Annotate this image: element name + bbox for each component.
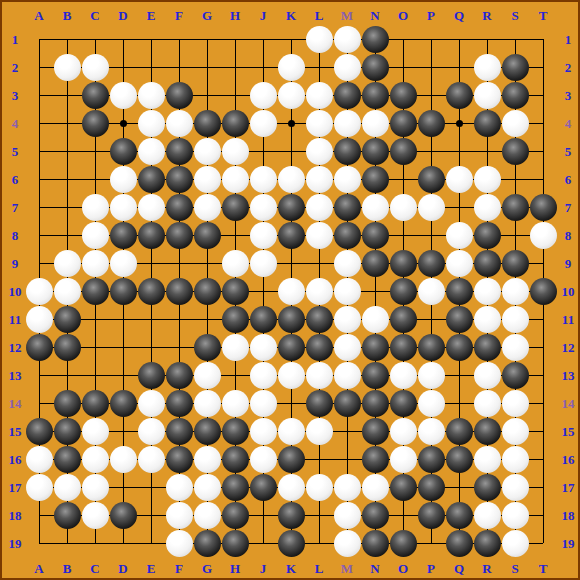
intersection-F1[interactable] <box>165 25 193 53</box>
intersection-R19[interactable] <box>473 529 501 557</box>
intersection-F18[interactable] <box>165 501 193 529</box>
intersection-D12[interactable] <box>109 333 137 361</box>
intersection-O7[interactable] <box>389 193 417 221</box>
intersection-D15[interactable] <box>109 417 137 445</box>
intersection-K1[interactable] <box>277 25 305 53</box>
intersection-D2[interactable] <box>109 53 137 81</box>
intersection-R15[interactable] <box>473 417 501 445</box>
intersection-G7[interactable] <box>193 193 221 221</box>
intersection-M13[interactable] <box>333 361 361 389</box>
intersection-D1[interactable] <box>109 25 137 53</box>
intersection-Q3[interactable] <box>445 81 473 109</box>
intersection-G12[interactable] <box>193 333 221 361</box>
intersection-P18[interactable] <box>417 501 445 529</box>
intersection-E12[interactable] <box>137 333 165 361</box>
intersection-E15[interactable] <box>137 417 165 445</box>
intersection-D18[interactable] <box>109 501 137 529</box>
intersection-M19[interactable] <box>333 529 361 557</box>
intersection-A18[interactable] <box>25 501 53 529</box>
intersection-K17[interactable] <box>277 473 305 501</box>
intersection-R17[interactable] <box>473 473 501 501</box>
intersection-E14[interactable] <box>137 389 165 417</box>
intersection-G9[interactable] <box>193 249 221 277</box>
intersection-R10[interactable] <box>473 277 501 305</box>
intersection-F15[interactable] <box>165 417 193 445</box>
intersection-L5[interactable] <box>305 137 333 165</box>
intersection-O15[interactable] <box>389 417 417 445</box>
intersection-B19[interactable] <box>53 529 81 557</box>
intersection-S8[interactable] <box>501 221 529 249</box>
intersection-T4[interactable] <box>529 109 557 137</box>
intersection-L13[interactable] <box>305 361 333 389</box>
intersection-N9[interactable] <box>361 249 389 277</box>
intersection-A17[interactable] <box>25 473 53 501</box>
intersection-N2[interactable] <box>361 53 389 81</box>
intersection-K4[interactable] <box>277 109 305 137</box>
intersection-G2[interactable] <box>193 53 221 81</box>
intersection-H4[interactable] <box>221 109 249 137</box>
intersection-G8[interactable] <box>193 221 221 249</box>
intersection-J11[interactable] <box>249 305 277 333</box>
intersection-S2[interactable] <box>501 53 529 81</box>
intersection-Q18[interactable] <box>445 501 473 529</box>
intersection-M3[interactable] <box>333 81 361 109</box>
intersection-C5[interactable] <box>81 137 109 165</box>
intersection-M14[interactable] <box>333 389 361 417</box>
intersection-Q16[interactable] <box>445 445 473 473</box>
intersection-Q4[interactable] <box>445 109 473 137</box>
intersection-P16[interactable] <box>417 445 445 473</box>
intersection-R14[interactable] <box>473 389 501 417</box>
intersection-A19[interactable] <box>25 529 53 557</box>
intersection-H8[interactable] <box>221 221 249 249</box>
intersection-F9[interactable] <box>165 249 193 277</box>
intersection-C7[interactable] <box>81 193 109 221</box>
intersection-M1[interactable] <box>333 25 361 53</box>
intersection-O9[interactable] <box>389 249 417 277</box>
intersection-T13[interactable] <box>529 361 557 389</box>
intersection-B12[interactable] <box>53 333 81 361</box>
intersection-G17[interactable] <box>193 473 221 501</box>
intersection-K5[interactable] <box>277 137 305 165</box>
intersection-L4[interactable] <box>305 109 333 137</box>
intersection-E13[interactable] <box>137 361 165 389</box>
intersection-A8[interactable] <box>25 221 53 249</box>
intersection-P15[interactable] <box>417 417 445 445</box>
intersection-M4[interactable] <box>333 109 361 137</box>
intersection-B8[interactable] <box>53 221 81 249</box>
intersection-T5[interactable] <box>529 137 557 165</box>
intersection-D10[interactable] <box>109 277 137 305</box>
intersection-R13[interactable] <box>473 361 501 389</box>
intersection-J10[interactable] <box>249 277 277 305</box>
intersection-Q12[interactable] <box>445 333 473 361</box>
intersection-N16[interactable] <box>361 445 389 473</box>
intersection-G1[interactable] <box>193 25 221 53</box>
intersection-S1[interactable] <box>501 25 529 53</box>
intersection-E19[interactable] <box>137 529 165 557</box>
intersection-C6[interactable] <box>81 165 109 193</box>
intersection-P8[interactable] <box>417 221 445 249</box>
intersection-G6[interactable] <box>193 165 221 193</box>
intersection-A4[interactable] <box>25 109 53 137</box>
intersection-A10[interactable] <box>25 277 53 305</box>
intersection-B6[interactable] <box>53 165 81 193</box>
intersection-S9[interactable] <box>501 249 529 277</box>
intersection-O17[interactable] <box>389 473 417 501</box>
intersection-F5[interactable] <box>165 137 193 165</box>
intersection-N1[interactable] <box>361 25 389 53</box>
intersection-D14[interactable] <box>109 389 137 417</box>
intersection-G16[interactable] <box>193 445 221 473</box>
intersection-R3[interactable] <box>473 81 501 109</box>
intersection-F8[interactable] <box>165 221 193 249</box>
intersection-E5[interactable] <box>137 137 165 165</box>
intersection-L17[interactable] <box>305 473 333 501</box>
intersection-P12[interactable] <box>417 333 445 361</box>
intersection-E17[interactable] <box>137 473 165 501</box>
intersection-J16[interactable] <box>249 445 277 473</box>
intersection-P2[interactable] <box>417 53 445 81</box>
intersection-N5[interactable] <box>361 137 389 165</box>
intersection-G15[interactable] <box>193 417 221 445</box>
intersection-T19[interactable] <box>529 529 557 557</box>
intersection-N3[interactable] <box>361 81 389 109</box>
intersection-L12[interactable] <box>305 333 333 361</box>
intersection-A2[interactable] <box>25 53 53 81</box>
intersection-O5[interactable] <box>389 137 417 165</box>
intersection-H15[interactable] <box>221 417 249 445</box>
intersection-E1[interactable] <box>137 25 165 53</box>
intersection-A5[interactable] <box>25 137 53 165</box>
intersection-S19[interactable] <box>501 529 529 557</box>
intersection-D16[interactable] <box>109 445 137 473</box>
intersection-H10[interactable] <box>221 277 249 305</box>
intersection-Q10[interactable] <box>445 277 473 305</box>
intersection-F2[interactable] <box>165 53 193 81</box>
intersection-Q7[interactable] <box>445 193 473 221</box>
intersection-M12[interactable] <box>333 333 361 361</box>
intersection-M2[interactable] <box>333 53 361 81</box>
intersection-N19[interactable] <box>361 529 389 557</box>
intersection-N4[interactable] <box>361 109 389 137</box>
intersection-L18[interactable] <box>305 501 333 529</box>
intersection-B11[interactable] <box>53 305 81 333</box>
intersection-K8[interactable] <box>277 221 305 249</box>
intersection-A6[interactable] <box>25 165 53 193</box>
intersection-B18[interactable] <box>53 501 81 529</box>
intersection-J19[interactable] <box>249 529 277 557</box>
intersection-D4[interactable] <box>109 109 137 137</box>
intersection-T2[interactable] <box>529 53 557 81</box>
intersection-C12[interactable] <box>81 333 109 361</box>
intersection-R4[interactable] <box>473 109 501 137</box>
intersection-F7[interactable] <box>165 193 193 221</box>
intersection-T7[interactable] <box>529 193 557 221</box>
intersection-C4[interactable] <box>81 109 109 137</box>
intersection-K2[interactable] <box>277 53 305 81</box>
intersection-R8[interactable] <box>473 221 501 249</box>
intersection-R2[interactable] <box>473 53 501 81</box>
intersection-O6[interactable] <box>389 165 417 193</box>
intersection-T11[interactable] <box>529 305 557 333</box>
intersection-K6[interactable] <box>277 165 305 193</box>
intersection-L1[interactable] <box>305 25 333 53</box>
intersection-D11[interactable] <box>109 305 137 333</box>
intersection-D3[interactable] <box>109 81 137 109</box>
intersection-B1[interactable] <box>53 25 81 53</box>
intersection-E7[interactable] <box>137 193 165 221</box>
intersection-D7[interactable] <box>109 193 137 221</box>
intersection-T1[interactable] <box>529 25 557 53</box>
intersection-P13[interactable] <box>417 361 445 389</box>
intersection-B2[interactable] <box>53 53 81 81</box>
intersection-J9[interactable] <box>249 249 277 277</box>
intersection-T16[interactable] <box>529 445 557 473</box>
intersection-F6[interactable] <box>165 165 193 193</box>
intersection-S12[interactable] <box>501 333 529 361</box>
intersection-Q13[interactable] <box>445 361 473 389</box>
intersection-D5[interactable] <box>109 137 137 165</box>
intersection-H3[interactable] <box>221 81 249 109</box>
intersection-M8[interactable] <box>333 221 361 249</box>
intersection-S7[interactable] <box>501 193 529 221</box>
intersection-E11[interactable] <box>137 305 165 333</box>
intersection-P14[interactable] <box>417 389 445 417</box>
intersection-B13[interactable] <box>53 361 81 389</box>
intersection-J2[interactable] <box>249 53 277 81</box>
intersection-J6[interactable] <box>249 165 277 193</box>
intersection-S17[interactable] <box>501 473 529 501</box>
intersection-K9[interactable] <box>277 249 305 277</box>
intersection-E10[interactable] <box>137 277 165 305</box>
intersection-J15[interactable] <box>249 417 277 445</box>
intersection-R12[interactable] <box>473 333 501 361</box>
intersection-L8[interactable] <box>305 221 333 249</box>
intersection-Q9[interactable] <box>445 249 473 277</box>
intersection-K12[interactable] <box>277 333 305 361</box>
intersection-Q15[interactable] <box>445 417 473 445</box>
intersection-F16[interactable] <box>165 445 193 473</box>
intersection-C19[interactable] <box>81 529 109 557</box>
intersection-C8[interactable] <box>81 221 109 249</box>
intersection-M5[interactable] <box>333 137 361 165</box>
intersection-E2[interactable] <box>137 53 165 81</box>
intersection-S18[interactable] <box>501 501 529 529</box>
intersection-Q17[interactable] <box>445 473 473 501</box>
intersection-C2[interactable] <box>81 53 109 81</box>
intersection-S5[interactable] <box>501 137 529 165</box>
intersection-B7[interactable] <box>53 193 81 221</box>
intersection-H18[interactable] <box>221 501 249 529</box>
intersection-A16[interactable] <box>25 445 53 473</box>
intersection-T3[interactable] <box>529 81 557 109</box>
intersection-J3[interactable] <box>249 81 277 109</box>
intersection-M16[interactable] <box>333 445 361 473</box>
intersection-Q1[interactable] <box>445 25 473 53</box>
intersection-O10[interactable] <box>389 277 417 305</box>
intersection-N8[interactable] <box>361 221 389 249</box>
intersection-K3[interactable] <box>277 81 305 109</box>
intersection-B17[interactable] <box>53 473 81 501</box>
intersection-H17[interactable] <box>221 473 249 501</box>
intersection-H16[interactable] <box>221 445 249 473</box>
intersection-N12[interactable] <box>361 333 389 361</box>
intersection-L3[interactable] <box>305 81 333 109</box>
intersection-P19[interactable] <box>417 529 445 557</box>
intersection-Q19[interactable] <box>445 529 473 557</box>
intersection-S15[interactable] <box>501 417 529 445</box>
intersection-L9[interactable] <box>305 249 333 277</box>
intersection-H14[interactable] <box>221 389 249 417</box>
intersection-B14[interactable] <box>53 389 81 417</box>
intersection-L7[interactable] <box>305 193 333 221</box>
intersection-F10[interactable] <box>165 277 193 305</box>
intersection-M15[interactable] <box>333 417 361 445</box>
intersection-A13[interactable] <box>25 361 53 389</box>
intersection-P10[interactable] <box>417 277 445 305</box>
intersection-N15[interactable] <box>361 417 389 445</box>
intersection-L11[interactable] <box>305 305 333 333</box>
intersection-J14[interactable] <box>249 389 277 417</box>
intersection-D13[interactable] <box>109 361 137 389</box>
intersection-J13[interactable] <box>249 361 277 389</box>
intersection-J7[interactable] <box>249 193 277 221</box>
intersection-B9[interactable] <box>53 249 81 277</box>
intersection-N17[interactable] <box>361 473 389 501</box>
intersection-A7[interactable] <box>25 193 53 221</box>
intersection-F4[interactable] <box>165 109 193 137</box>
intersection-E16[interactable] <box>137 445 165 473</box>
intersection-A15[interactable] <box>25 417 53 445</box>
intersection-N18[interactable] <box>361 501 389 529</box>
intersection-Q11[interactable] <box>445 305 473 333</box>
intersection-R5[interactable] <box>473 137 501 165</box>
intersection-D6[interactable] <box>109 165 137 193</box>
intersection-G14[interactable] <box>193 389 221 417</box>
intersection-K19[interactable] <box>277 529 305 557</box>
intersection-K7[interactable] <box>277 193 305 221</box>
intersection-N13[interactable] <box>361 361 389 389</box>
intersection-G5[interactable] <box>193 137 221 165</box>
intersection-M11[interactable] <box>333 305 361 333</box>
intersection-K16[interactable] <box>277 445 305 473</box>
intersection-H12[interactable] <box>221 333 249 361</box>
intersection-D19[interactable] <box>109 529 137 557</box>
intersection-P11[interactable] <box>417 305 445 333</box>
intersection-T18[interactable] <box>529 501 557 529</box>
intersection-C18[interactable] <box>81 501 109 529</box>
intersection-H5[interactable] <box>221 137 249 165</box>
intersection-O18[interactable] <box>389 501 417 529</box>
intersection-M7[interactable] <box>333 193 361 221</box>
intersection-C15[interactable] <box>81 417 109 445</box>
intersection-N11[interactable] <box>361 305 389 333</box>
intersection-S16[interactable] <box>501 445 529 473</box>
intersection-G13[interactable] <box>193 361 221 389</box>
intersection-A12[interactable] <box>25 333 53 361</box>
intersection-J8[interactable] <box>249 221 277 249</box>
intersection-K18[interactable] <box>277 501 305 529</box>
intersection-S11[interactable] <box>501 305 529 333</box>
intersection-T8[interactable] <box>529 221 557 249</box>
intersection-A1[interactable] <box>25 25 53 53</box>
intersection-E4[interactable] <box>137 109 165 137</box>
intersection-L6[interactable] <box>305 165 333 193</box>
intersection-M6[interactable] <box>333 165 361 193</box>
intersection-G18[interactable] <box>193 501 221 529</box>
intersection-R6[interactable] <box>473 165 501 193</box>
intersection-L16[interactable] <box>305 445 333 473</box>
intersection-A9[interactable] <box>25 249 53 277</box>
intersection-G11[interactable] <box>193 305 221 333</box>
intersection-A3[interactable] <box>25 81 53 109</box>
intersection-K11[interactable] <box>277 305 305 333</box>
intersection-S3[interactable] <box>501 81 529 109</box>
intersection-G3[interactable] <box>193 81 221 109</box>
intersection-Q6[interactable] <box>445 165 473 193</box>
intersection-P3[interactable] <box>417 81 445 109</box>
intersection-M17[interactable] <box>333 473 361 501</box>
intersection-F3[interactable] <box>165 81 193 109</box>
intersection-H11[interactable] <box>221 305 249 333</box>
intersection-H13[interactable] <box>221 361 249 389</box>
intersection-A11[interactable] <box>25 305 53 333</box>
intersection-R1[interactable] <box>473 25 501 53</box>
intersection-P7[interactable] <box>417 193 445 221</box>
intersection-O2[interactable] <box>389 53 417 81</box>
intersection-H1[interactable] <box>221 25 249 53</box>
intersection-Q2[interactable] <box>445 53 473 81</box>
intersection-R16[interactable] <box>473 445 501 473</box>
intersection-C9[interactable] <box>81 249 109 277</box>
intersection-F19[interactable] <box>165 529 193 557</box>
intersection-J4[interactable] <box>249 109 277 137</box>
intersection-K14[interactable] <box>277 389 305 417</box>
intersection-C14[interactable] <box>81 389 109 417</box>
intersection-C11[interactable] <box>81 305 109 333</box>
intersection-S10[interactable] <box>501 277 529 305</box>
intersection-J12[interactable] <box>249 333 277 361</box>
intersection-C16[interactable] <box>81 445 109 473</box>
intersection-K15[interactable] <box>277 417 305 445</box>
intersection-T9[interactable] <box>529 249 557 277</box>
intersection-G4[interactable] <box>193 109 221 137</box>
intersection-C17[interactable] <box>81 473 109 501</box>
intersection-A14[interactable] <box>25 389 53 417</box>
intersection-R9[interactable] <box>473 249 501 277</box>
intersection-T6[interactable] <box>529 165 557 193</box>
intersection-H19[interactable] <box>221 529 249 557</box>
intersection-D17[interactable] <box>109 473 137 501</box>
intersection-C3[interactable] <box>81 81 109 109</box>
intersection-N14[interactable] <box>361 389 389 417</box>
intersection-P17[interactable] <box>417 473 445 501</box>
intersection-E8[interactable] <box>137 221 165 249</box>
intersection-L14[interactable] <box>305 389 333 417</box>
intersection-J17[interactable] <box>249 473 277 501</box>
intersection-D9[interactable] <box>109 249 137 277</box>
intersection-E9[interactable] <box>137 249 165 277</box>
intersection-M18[interactable] <box>333 501 361 529</box>
intersection-O19[interactable] <box>389 529 417 557</box>
intersection-R11[interactable] <box>473 305 501 333</box>
intersection-B16[interactable] <box>53 445 81 473</box>
intersection-D8[interactable] <box>109 221 137 249</box>
intersection-S14[interactable] <box>501 389 529 417</box>
intersection-S4[interactable] <box>501 109 529 137</box>
intersection-K13[interactable] <box>277 361 305 389</box>
